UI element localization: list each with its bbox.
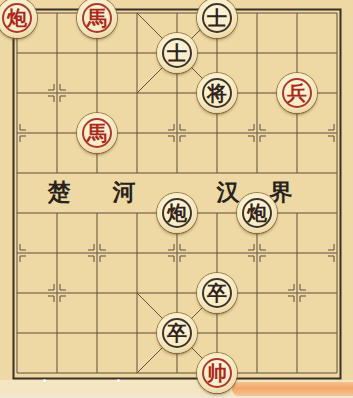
piece-red-兵[interactable]: 兵 [277, 73, 317, 113]
piece-glyph: 将 [207, 83, 227, 103]
piece-red-帅[interactable]: 帅 [197, 353, 237, 393]
piece-black-炮[interactable]: 炮 [237, 193, 277, 233]
piece-red-馬[interactable]: 馬 [77, 113, 117, 153]
piece-layer: 炮馬士士将兵馬炮炮卒卒帅 [0, 0, 353, 393]
piece-black-将[interactable]: 将 [197, 73, 237, 113]
piece-glyph: 馬 [87, 123, 107, 143]
piece-red-炮[interactable]: 炮 [0, 0, 37, 38]
piece-red-馬[interactable]: 馬 [77, 0, 117, 38]
piece-glyph: 炮 [167, 203, 187, 223]
piece-glyph: 士 [167, 43, 187, 63]
piece-glyph: 士 [207, 8, 227, 28]
piece-black-炮[interactable]: 炮 [157, 193, 197, 233]
piece-black-士[interactable]: 士 [197, 0, 237, 38]
piece-glyph: 卒 [167, 323, 187, 343]
piece-glyph: 炮 [7, 8, 27, 28]
piece-glyph: 帅 [207, 363, 227, 383]
piece-black-卒[interactable]: 卒 [157, 313, 197, 353]
xiangqi-board: 楚 河 汉 界 炮馬士士将兵馬炮炮卒卒帅 [0, 0, 353, 398]
piece-glyph: 炮 [247, 203, 267, 223]
piece-glyph: 兵 [287, 83, 307, 103]
piece-black-士[interactable]: 士 [157, 33, 197, 73]
piece-glyph: 卒 [207, 283, 227, 303]
piece-glyph: 馬 [87, 8, 107, 28]
piece-black-卒[interactable]: 卒 [197, 273, 237, 313]
